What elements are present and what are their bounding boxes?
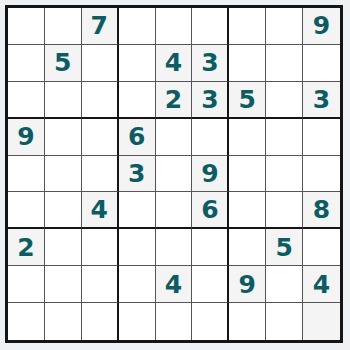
cell-r2c2[interactable]: 5 — [45, 45, 82, 82]
cell-r2c9[interactable] — [303, 45, 340, 82]
cell-r1c4[interactable] — [119, 8, 156, 45]
cell-r9c8[interactable] — [266, 303, 303, 340]
cell-r3c3[interactable] — [82, 82, 119, 119]
cell-r3c9[interactable]: 3 — [303, 82, 340, 119]
cell-r4c5[interactable] — [156, 119, 193, 156]
cell-r3c6[interactable]: 3 — [192, 82, 229, 119]
cell-r8c4[interactable] — [119, 266, 156, 303]
cell-r4c6[interactable] — [192, 119, 229, 156]
cell-r1c6[interactable] — [192, 8, 229, 45]
cell-r7c5[interactable] — [156, 229, 193, 266]
cell-r3c1[interactable] — [8, 82, 45, 119]
cell-r8c8[interactable] — [266, 266, 303, 303]
cell-r5c2[interactable] — [45, 156, 82, 193]
cell-r6c4[interactable] — [119, 192, 156, 229]
cell-r1c8[interactable] — [266, 8, 303, 45]
cell-r3c7[interactable]: 5 — [229, 82, 266, 119]
cell-r7c6[interactable] — [192, 229, 229, 266]
cell-r4c7[interactable] — [229, 119, 266, 156]
cell-r7c7[interactable] — [229, 229, 266, 266]
cell-r2c4[interactable] — [119, 45, 156, 82]
cell-r4c2[interactable] — [45, 119, 82, 156]
cell-r8c6[interactable] — [192, 266, 229, 303]
cell-r7c2[interactable] — [45, 229, 82, 266]
cell-r6c6[interactable]: 6 — [192, 192, 229, 229]
cell-r6c5[interactable] — [156, 192, 193, 229]
cell-r4c8[interactable] — [266, 119, 303, 156]
cell-r6c7[interactable] — [229, 192, 266, 229]
cell-r3c4[interactable] — [119, 82, 156, 119]
cell-r7c1[interactable]: 2 — [8, 229, 45, 266]
cell-r6c9[interactable]: 8 — [303, 192, 340, 229]
cell-r2c3[interactable] — [82, 45, 119, 82]
cell-r5c1[interactable] — [8, 156, 45, 193]
cell-r6c1[interactable] — [8, 192, 45, 229]
sudoku-page: 795432353963946825494 — [0, 0, 350, 350]
cell-r9c7[interactable] — [229, 303, 266, 340]
cell-r6c8[interactable] — [266, 192, 303, 229]
cell-r2c1[interactable] — [8, 45, 45, 82]
cell-r1c9[interactable]: 9 — [303, 8, 340, 45]
cell-r9c5[interactable] — [156, 303, 193, 340]
cell-r7c3[interactable] — [82, 229, 119, 266]
cell-r4c3[interactable] — [82, 119, 119, 156]
cell-r9c2[interactable] — [45, 303, 82, 340]
cell-r2c5[interactable]: 4 — [156, 45, 193, 82]
cell-r5c8[interactable] — [266, 156, 303, 193]
cell-r6c3[interactable]: 4 — [82, 192, 119, 229]
cell-r9c9[interactable] — [303, 303, 340, 340]
cell-r1c2[interactable] — [45, 8, 82, 45]
cell-r5c4[interactable]: 3 — [119, 156, 156, 193]
cell-r8c9[interactable]: 4 — [303, 266, 340, 303]
cell-r9c4[interactable] — [119, 303, 156, 340]
cell-r7c9[interactable] — [303, 229, 340, 266]
cell-r8c1[interactable] — [8, 266, 45, 303]
cell-r3c8[interactable] — [266, 82, 303, 119]
cell-r9c1[interactable] — [8, 303, 45, 340]
cell-r3c5[interactable]: 2 — [156, 82, 193, 119]
cell-r1c3[interactable]: 7 — [82, 8, 119, 45]
cell-r7c8[interactable]: 5 — [266, 229, 303, 266]
cell-r9c6[interactable] — [192, 303, 229, 340]
cell-r8c3[interactable] — [82, 266, 119, 303]
cell-r2c7[interactable] — [229, 45, 266, 82]
cell-r5c7[interactable] — [229, 156, 266, 193]
cell-r5c3[interactable] — [82, 156, 119, 193]
cell-r1c5[interactable] — [156, 8, 193, 45]
cell-r8c2[interactable] — [45, 266, 82, 303]
cell-r9c3[interactable] — [82, 303, 119, 340]
cell-r2c6[interactable]: 3 — [192, 45, 229, 82]
cell-r8c7[interactable]: 9 — [229, 266, 266, 303]
cell-r1c1[interactable] — [8, 8, 45, 45]
sudoku-board: 795432353963946825494 — [5, 5, 343, 343]
cell-r5c5[interactable] — [156, 156, 193, 193]
cell-r3c2[interactable] — [45, 82, 82, 119]
cell-r1c7[interactable] — [229, 8, 266, 45]
cell-r4c4[interactable]: 6 — [119, 119, 156, 156]
cell-r5c6[interactable]: 9 — [192, 156, 229, 193]
cell-r4c1[interactable]: 9 — [8, 119, 45, 156]
cell-r6c2[interactable] — [45, 192, 82, 229]
cell-r7c4[interactable] — [119, 229, 156, 266]
cell-r8c5[interactable]: 4 — [156, 266, 193, 303]
cell-r2c8[interactable] — [266, 45, 303, 82]
cell-r4c9[interactable] — [303, 119, 340, 156]
cell-r5c9[interactable] — [303, 156, 340, 193]
